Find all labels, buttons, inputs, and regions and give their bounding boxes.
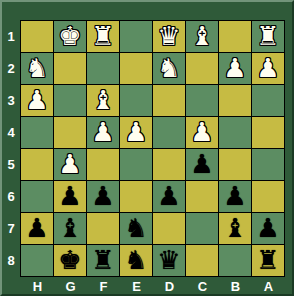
piece-white-knight[interactable]: ♞: [153, 53, 185, 84]
chess-board: ♚♜♛♝♜♞♞♟♟♟♝♟♟♟♟♟♟♟♟♟♟♝♞♝♟♚♜♞♛♜: [20, 20, 285, 277]
square-a5[interactable]: [252, 149, 284, 180]
piece-black-pawn[interactable]: ♟: [21, 213, 53, 244]
rank-label-2: 2: [2, 53, 20, 85]
rank-label-4: 4: [2, 117, 20, 149]
square-c5[interactable]: ♟: [186, 149, 218, 180]
square-f7[interactable]: [87, 213, 119, 244]
piece-black-bishop[interactable]: ♝: [219, 213, 251, 244]
square-h8[interactable]: [21, 245, 53, 276]
piece-black-pawn[interactable]: ♟: [87, 181, 119, 212]
file-label-g: G: [54, 278, 87, 295]
square-h5[interactable]: [21, 149, 53, 180]
square-e8[interactable]: ♞: [120, 245, 152, 276]
square-h1[interactable]: [21, 21, 53, 52]
file-label-b: B: [219, 278, 252, 295]
piece-black-king[interactable]: ♚: [54, 245, 86, 276]
square-g4[interactable]: [54, 117, 86, 148]
piece-black-pawn[interactable]: ♟: [54, 181, 86, 212]
square-f6[interactable]: ♟: [87, 181, 119, 212]
square-a8[interactable]: ♜: [252, 245, 284, 276]
square-d4[interactable]: [153, 117, 185, 148]
square-e3[interactable]: [120, 85, 152, 116]
piece-black-queen[interactable]: ♛: [153, 245, 185, 276]
piece-white-bishop[interactable]: ♝: [87, 85, 119, 116]
square-c8[interactable]: [186, 245, 218, 276]
piece-black-knight[interactable]: ♞: [120, 245, 152, 276]
file-label-f: F: [87, 278, 120, 295]
square-h7[interactable]: ♟: [21, 213, 53, 244]
rank-label-1: 1: [2, 21, 20, 53]
piece-white-pawn[interactable]: ♟: [54, 149, 86, 180]
file-label-a: A: [252, 278, 285, 295]
square-b7[interactable]: ♝: [219, 213, 251, 244]
square-b6[interactable]: ♟: [219, 181, 251, 212]
square-h2[interactable]: ♞: [21, 53, 53, 84]
piece-black-bishop[interactable]: ♝: [54, 213, 86, 244]
square-g3[interactable]: [54, 85, 86, 116]
square-a3[interactable]: [252, 85, 284, 116]
square-a4[interactable]: [252, 117, 284, 148]
square-d2[interactable]: ♞: [153, 53, 185, 84]
square-b5[interactable]: [219, 149, 251, 180]
file-labels: HGFEDCBA: [21, 278, 285, 295]
square-b3[interactable]: [219, 85, 251, 116]
piece-white-pawn[interactable]: ♟: [252, 53, 284, 84]
file-label-c: C: [186, 278, 219, 295]
square-f5[interactable]: [87, 149, 119, 180]
piece-black-pawn[interactable]: ♟: [153, 181, 185, 212]
square-c4[interactable]: ♟: [186, 117, 218, 148]
piece-white-pawn[interactable]: ♟: [219, 53, 251, 84]
square-f3[interactable]: ♝: [87, 85, 119, 116]
square-c2[interactable]: [186, 53, 218, 84]
rank-label-7: 7: [2, 213, 20, 245]
piece-white-rook[interactable]: ♜: [87, 21, 119, 52]
square-g6[interactable]: ♟: [54, 181, 86, 212]
square-f2[interactable]: [87, 53, 119, 84]
square-f4[interactable]: ♟: [87, 117, 119, 148]
square-d3[interactable]: [153, 85, 185, 116]
chess-board-frame: 12345678 ♚♜♛♝♜♞♞♟♟♟♝♟♟♟♟♟♟♟♟♟♟♝♞♝♟♚♜♞♛♜ …: [0, 0, 294, 296]
square-e6[interactable]: [120, 181, 152, 212]
square-d5[interactable]: [153, 149, 185, 180]
square-e4[interactable]: ♟: [120, 117, 152, 148]
file-label-d: D: [153, 278, 186, 295]
piece-white-queen[interactable]: ♛: [153, 21, 185, 52]
square-g5[interactable]: ♟: [54, 149, 86, 180]
square-h3[interactable]: ♟: [21, 85, 53, 116]
square-g7[interactable]: ♝: [54, 213, 86, 244]
rank-labels: 12345678: [2, 21, 20, 277]
piece-black-rook[interactable]: ♜: [252, 245, 284, 276]
piece-black-rook[interactable]: ♜: [87, 245, 119, 276]
square-a6[interactable]: [252, 181, 284, 212]
square-e2[interactable]: [120, 53, 152, 84]
square-b4[interactable]: [219, 117, 251, 148]
piece-black-pawn[interactable]: ♟: [252, 213, 284, 244]
square-g2[interactable]: [54, 53, 86, 84]
square-e7[interactable]: ♞: [120, 213, 152, 244]
file-label-e: E: [120, 278, 153, 295]
square-e5[interactable]: [120, 149, 152, 180]
square-e1[interactable]: [120, 21, 152, 52]
square-d6[interactable]: ♟: [153, 181, 185, 212]
square-g1[interactable]: ♚: [54, 21, 86, 52]
square-f1[interactable]: ♜: [87, 21, 119, 52]
square-h4[interactable]: [21, 117, 53, 148]
square-c7[interactable]: [186, 213, 218, 244]
piece-white-pawn[interactable]: ♟: [87, 117, 119, 148]
square-c1[interactable]: ♝: [186, 21, 218, 52]
square-c3[interactable]: [186, 85, 218, 116]
square-a7[interactable]: ♟: [252, 213, 284, 244]
square-a1[interactable]: ♜: [252, 21, 284, 52]
square-d8[interactable]: ♛: [153, 245, 185, 276]
square-d1[interactable]: ♛: [153, 21, 185, 52]
file-label-h: H: [21, 278, 54, 295]
square-c6[interactable]: [186, 181, 218, 212]
rank-label-3: 3: [2, 85, 20, 117]
square-f8[interactable]: ♜: [87, 245, 119, 276]
square-b2[interactable]: ♟: [219, 53, 251, 84]
piece-white-bishop[interactable]: ♝: [186, 21, 218, 52]
piece-white-knight[interactable]: ♞: [21, 53, 53, 84]
piece-white-pawn[interactable]: ♟: [186, 117, 218, 148]
square-b8[interactable]: [219, 245, 251, 276]
rank-label-6: 6: [2, 181, 20, 213]
piece-white-pawn[interactable]: ♟: [21, 85, 53, 116]
piece-black-knight[interactable]: ♞: [120, 213, 152, 244]
square-a2[interactable]: ♟: [252, 53, 284, 84]
rank-label-5: 5: [2, 149, 20, 181]
square-g8[interactable]: ♚: [54, 245, 86, 276]
piece-black-pawn[interactable]: ♟: [186, 149, 218, 180]
square-d7[interactable]: [153, 213, 185, 244]
piece-white-pawn[interactable]: ♟: [120, 117, 152, 148]
rank-label-8: 8: [2, 245, 20, 277]
square-h6[interactable]: [21, 181, 53, 212]
piece-black-pawn[interactable]: ♟: [219, 181, 251, 212]
square-b1[interactable]: [219, 21, 251, 52]
piece-white-rook[interactable]: ♜: [252, 21, 284, 52]
piece-white-king[interactable]: ♚: [54, 21, 86, 52]
